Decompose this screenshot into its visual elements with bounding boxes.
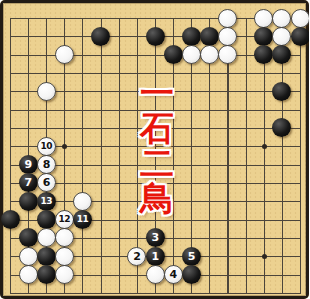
stone-white-move-12: 12 — [55, 210, 74, 229]
caption-char: 一 — [131, 76, 183, 111]
move-number: 13 — [40, 197, 52, 206]
caption-char: 石 — [131, 111, 183, 146]
move-number: 6 — [43, 177, 50, 188]
stone-white — [55, 265, 74, 284]
move-number: 4 — [170, 269, 177, 280]
stone-black — [37, 247, 56, 266]
stone-black-move-5: 5 — [182, 247, 201, 266]
star-point — [262, 144, 267, 149]
caption-char: 鳥 — [131, 181, 183, 216]
move-number: 1 — [151, 251, 158, 262]
stone-black — [1, 210, 20, 229]
move-number: 10 — [40, 142, 52, 151]
move-number: 7 — [25, 177, 32, 188]
go-app-screenshot: 10987613121132154 一石二鳥 — [0, 0, 309, 299]
move-number: 5 — [188, 251, 195, 262]
stone-white-move-4: 4 — [164, 265, 183, 284]
stone-black-move-7: 7 — [19, 173, 38, 192]
star-point — [262, 254, 267, 259]
stone-white — [200, 45, 219, 64]
stone-white — [55, 45, 74, 64]
stone-white — [146, 265, 165, 284]
stone-black — [37, 210, 56, 229]
move-number: 3 — [151, 232, 158, 243]
stone-black — [146, 27, 165, 46]
move-number: 8 — [43, 159, 50, 170]
caption-vertical-text: 一石二鳥 — [131, 76, 183, 216]
stone-black — [37, 265, 56, 284]
stone-white — [19, 247, 38, 266]
go-board[interactable]: 10987613121132154 一石二鳥 — [0, 0, 309, 299]
stone-black-move-3: 3 — [146, 228, 165, 247]
star-point — [62, 144, 67, 149]
caption-char: 二 — [131, 146, 183, 181]
stone-black-move-13: 13 — [37, 192, 56, 211]
move-number: 9 — [25, 159, 32, 170]
stone-black — [182, 27, 201, 46]
stone-white — [19, 265, 38, 284]
stone-black — [91, 27, 110, 46]
stone-white-move-8: 8 — [37, 155, 56, 174]
stone-black — [182, 265, 201, 284]
stone-white — [218, 9, 237, 28]
stone-black — [200, 27, 219, 46]
stone-white — [272, 9, 291, 28]
stone-white-move-10: 10 — [37, 137, 56, 156]
stone-black — [164, 45, 183, 64]
stone-white — [254, 9, 273, 28]
stone-white — [218, 27, 237, 46]
stone-black-move-1: 1 — [146, 247, 165, 266]
move-number: 12 — [59, 215, 71, 224]
stone-white — [182, 45, 201, 64]
stone-black — [291, 27, 310, 46]
stone-black — [254, 27, 273, 46]
move-number: 11 — [77, 215, 89, 224]
stone-white — [55, 247, 74, 266]
stone-white — [73, 192, 92, 211]
stone-black-move-9: 9 — [19, 155, 38, 174]
move-number: 2 — [133, 251, 140, 262]
stone-white — [37, 82, 56, 101]
stone-black — [19, 192, 38, 211]
stone-white — [291, 9, 310, 28]
stone-black — [19, 228, 38, 247]
